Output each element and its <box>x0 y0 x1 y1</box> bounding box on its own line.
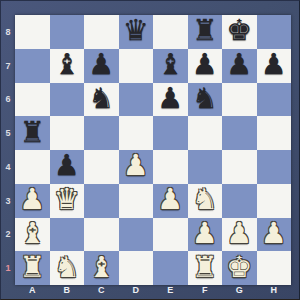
piece-white-knight: ♞ <box>54 253 80 282</box>
square-h2[interactable]: ♟ <box>257 218 292 252</box>
square-c1[interactable]: ♝ <box>84 251 119 285</box>
square-e2[interactable] <box>153 218 188 252</box>
piece-black-rook: ♜ <box>192 16 218 45</box>
square-h7[interactable]: ♟ <box>257 49 292 83</box>
square-c7[interactable]: ♟ <box>84 49 119 83</box>
piece-black-king: ♚ <box>226 16 252 45</box>
rank-label-7: 7 <box>1 49 15 83</box>
square-c5[interactable] <box>84 116 119 150</box>
square-f8[interactable]: ♜ <box>188 15 223 49</box>
file-label-e: E <box>153 283 188 299</box>
square-g6[interactable] <box>222 83 257 117</box>
piece-white-rook: ♜ <box>192 253 218 282</box>
square-f2[interactable]: ♟ <box>188 218 223 252</box>
square-c2[interactable] <box>84 218 119 252</box>
square-g7[interactable]: ♟ <box>222 49 257 83</box>
file-labels: ABCDEFGH <box>15 283 291 299</box>
file-label-d: D <box>119 283 154 299</box>
square-e3[interactable]: ♟ <box>153 184 188 218</box>
square-g1[interactable]: ♚ <box>222 251 257 285</box>
square-d3[interactable] <box>119 184 154 218</box>
square-h8[interactable] <box>257 15 292 49</box>
file-label-f: F <box>188 283 223 299</box>
square-h4[interactable] <box>257 150 292 184</box>
square-g5[interactable] <box>222 116 257 150</box>
square-b2[interactable] <box>50 218 85 252</box>
square-f6[interactable]: ♞ <box>188 83 223 117</box>
square-a7[interactable] <box>15 49 50 83</box>
square-d4[interactable]: ♟ <box>119 150 154 184</box>
square-c4[interactable] <box>84 150 119 184</box>
square-f3[interactable]: ♞ <box>188 184 223 218</box>
rank-labels: 87654321 <box>1 15 15 285</box>
piece-black-pawn: ♟ <box>54 151 80 180</box>
piece-black-knight: ♞ <box>192 84 218 113</box>
piece-white-pawn: ♟ <box>226 219 252 248</box>
square-a6[interactable] <box>15 83 50 117</box>
square-f4[interactable] <box>188 150 223 184</box>
square-b5[interactable] <box>50 116 85 150</box>
piece-white-rook: ♜ <box>19 253 45 282</box>
file-label-h: H <box>257 283 292 299</box>
square-b6[interactable] <box>50 83 85 117</box>
square-a3[interactable]: ♟ <box>15 184 50 218</box>
square-d5[interactable] <box>119 116 154 150</box>
file-label-a: A <box>15 283 50 299</box>
square-e5[interactable] <box>153 116 188 150</box>
piece-white-pawn: ♟ <box>123 151 149 180</box>
square-b1[interactable]: ♞ <box>50 251 85 285</box>
piece-black-queen: ♛ <box>123 16 149 45</box>
piece-white-pawn: ♟ <box>19 185 45 214</box>
piece-black-bishop: ♝ <box>54 50 80 79</box>
square-h1[interactable] <box>257 251 292 285</box>
square-a2[interactable]: ♝ <box>15 218 50 252</box>
square-d6[interactable] <box>119 83 154 117</box>
square-f5[interactable] <box>188 116 223 150</box>
piece-black-pawn: ♟ <box>261 50 287 79</box>
piece-white-knight: ♞ <box>192 185 218 214</box>
piece-white-bishop: ♝ <box>88 253 114 282</box>
square-d1[interactable] <box>119 251 154 285</box>
square-h6[interactable] <box>257 83 292 117</box>
piece-black-rook: ♜ <box>19 118 45 147</box>
piece-white-pawn: ♟ <box>157 185 183 214</box>
rank-label-8: 8 <box>1 15 15 49</box>
piece-black-pawn: ♟ <box>226 50 252 79</box>
square-b8[interactable] <box>50 15 85 49</box>
square-g3[interactable] <box>222 184 257 218</box>
rank-label-3: 3 <box>1 184 15 218</box>
square-c3[interactable] <box>84 184 119 218</box>
square-f7[interactable]: ♟ <box>188 49 223 83</box>
rank-label-1: 1 <box>1 251 15 285</box>
square-g2[interactable]: ♟ <box>222 218 257 252</box>
chess-board: ♛♜♚♝♟♝♟♟♟♞♟♞♜♟♟♟♛♟♞♝♟♟♟♜♞♝♜♚ <box>15 15 291 285</box>
piece-black-pawn: ♟ <box>157 84 183 113</box>
square-e1[interactable] <box>153 251 188 285</box>
square-b4[interactable]: ♟ <box>50 150 85 184</box>
file-label-b: B <box>50 283 85 299</box>
rank-label-2: 2 <box>1 218 15 252</box>
square-e4[interactable] <box>153 150 188 184</box>
rank-label-6: 6 <box>1 83 15 117</box>
square-e8[interactable] <box>153 15 188 49</box>
piece-black-bishop: ♝ <box>157 50 183 79</box>
square-d8[interactable]: ♛ <box>119 15 154 49</box>
square-c8[interactable] <box>84 15 119 49</box>
rank-label-5: 5 <box>1 116 15 150</box>
square-a4[interactable] <box>15 150 50 184</box>
square-b7[interactable]: ♝ <box>50 49 85 83</box>
square-g4[interactable] <box>222 150 257 184</box>
chess-board-frame: 87654321 ♛♜♚♝♟♝♟♟♟♞♟♞♜♟♟♟♛♟♞♝♟♟♟♜♞♝♜♚ AB… <box>0 0 300 300</box>
square-d7[interactable] <box>119 49 154 83</box>
piece-white-queen: ♛ <box>54 185 80 214</box>
square-d2[interactable] <box>119 218 154 252</box>
rank-label-4: 4 <box>1 150 15 184</box>
square-c6[interactable]: ♞ <box>84 83 119 117</box>
piece-white-pawn: ♟ <box>192 219 218 248</box>
piece-black-knight: ♞ <box>88 84 114 113</box>
file-label-g: G <box>222 283 257 299</box>
square-a1[interactable]: ♜ <box>15 251 50 285</box>
square-f1[interactable]: ♜ <box>188 251 223 285</box>
piece-white-pawn: ♟ <box>261 219 287 248</box>
square-e7[interactable]: ♝ <box>153 49 188 83</box>
square-g8[interactable]: ♚ <box>222 15 257 49</box>
piece-black-pawn: ♟ <box>192 50 218 79</box>
square-e6[interactable]: ♟ <box>153 83 188 117</box>
square-a5[interactable]: ♜ <box>15 116 50 150</box>
piece-black-pawn: ♟ <box>88 50 114 79</box>
piece-white-bishop: ♝ <box>19 219 45 248</box>
file-label-c: C <box>84 283 119 299</box>
square-a8[interactable] <box>15 15 50 49</box>
piece-white-king: ♚ <box>226 253 252 282</box>
square-h3[interactable] <box>257 184 292 218</box>
square-b3[interactable]: ♛ <box>50 184 85 218</box>
square-h5[interactable] <box>257 116 292 150</box>
